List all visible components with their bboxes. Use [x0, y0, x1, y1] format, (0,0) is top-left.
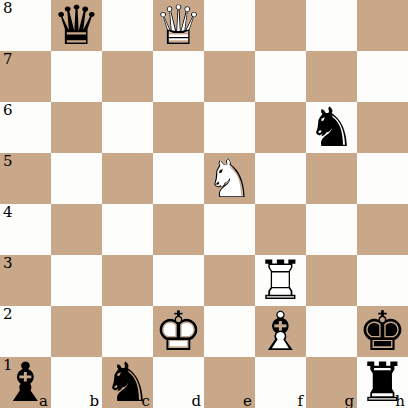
rank-label-2: 2	[3, 307, 13, 321]
square-c1[interactable]: c♞	[102, 357, 153, 408]
square-d6[interactable]	[153, 102, 204, 153]
piece-ink-layer: ♜	[357, 357, 408, 408]
square-b5[interactable]	[51, 153, 102, 204]
square-d3[interactable]	[153, 255, 204, 306]
piece-black-king[interactable]: ♚	[357, 306, 408, 357]
square-a5[interactable]: 5	[0, 153, 51, 204]
square-h3[interactable]	[357, 255, 408, 306]
file-label-d: d	[191, 395, 201, 408]
square-a4[interactable]: 4	[0, 204, 51, 255]
square-c4[interactable]	[102, 204, 153, 255]
piece-white-rook[interactable]: ♜♖	[255, 255, 306, 306]
square-c3[interactable]	[102, 255, 153, 306]
piece-outline-layer: ♔	[153, 306, 204, 357]
square-b2[interactable]	[51, 306, 102, 357]
square-b3[interactable]	[51, 255, 102, 306]
square-g7[interactable]	[306, 51, 357, 102]
rank-label-3: 3	[3, 256, 13, 270]
square-a2[interactable]: 2	[0, 306, 51, 357]
square-f7[interactable]	[255, 51, 306, 102]
square-f4[interactable]	[255, 204, 306, 255]
square-e3[interactable]	[204, 255, 255, 306]
square-a6[interactable]: 6	[0, 102, 51, 153]
piece-black-knight[interactable]: ♞	[102, 357, 153, 408]
piece-outline-layer: ♘	[204, 153, 255, 204]
square-b6[interactable]	[51, 102, 102, 153]
square-b7[interactable]	[51, 51, 102, 102]
square-d7[interactable]	[153, 51, 204, 102]
square-d1[interactable]: d	[153, 357, 204, 408]
square-g1[interactable]: g	[306, 357, 357, 408]
file-label-e: e	[243, 395, 252, 408]
rank-label-8: 8	[3, 1, 13, 15]
square-g2[interactable]	[306, 306, 357, 357]
square-c7[interactable]	[102, 51, 153, 102]
piece-white-knight[interactable]: ♞♘	[204, 153, 255, 204]
square-b8[interactable]: ♛	[51, 0, 102, 51]
piece-black-bishop[interactable]: ♝	[0, 357, 51, 408]
square-e1[interactable]: e	[204, 357, 255, 408]
square-h5[interactable]	[357, 153, 408, 204]
square-c2[interactable]	[102, 306, 153, 357]
square-b1[interactable]: b	[51, 357, 102, 408]
file-label-g: g	[344, 395, 354, 408]
square-f3[interactable]: ♜♖	[255, 255, 306, 306]
piece-outline-layer: ♕	[153, 0, 204, 51]
piece-black-queen[interactable]: ♛	[51, 0, 102, 51]
square-e2[interactable]	[204, 306, 255, 357]
square-e6[interactable]	[204, 102, 255, 153]
square-g3[interactable]	[306, 255, 357, 306]
square-f2[interactable]: ♝♗	[255, 306, 306, 357]
rank-label-5: 5	[3, 154, 13, 168]
file-label-b: b	[89, 395, 99, 408]
square-h2[interactable]: ♚	[357, 306, 408, 357]
square-c6[interactable]	[102, 102, 153, 153]
square-a3[interactable]: 3	[0, 255, 51, 306]
square-d8[interactable]: ♛♕	[153, 0, 204, 51]
square-g4[interactable]	[306, 204, 357, 255]
square-h1[interactable]: h♜	[357, 357, 408, 408]
piece-white-king[interactable]: ♚♔	[153, 306, 204, 357]
piece-black-rook[interactable]: ♜	[357, 357, 408, 408]
square-f8[interactable]	[255, 0, 306, 51]
piece-ink-layer: ♚	[357, 306, 408, 357]
square-b4[interactable]	[51, 204, 102, 255]
square-h4[interactable]	[357, 204, 408, 255]
square-f1[interactable]: f	[255, 357, 306, 408]
piece-outline-layer: ♗	[255, 306, 306, 357]
square-f6[interactable]	[255, 102, 306, 153]
square-g5[interactable]	[306, 153, 357, 204]
chess-board: 8♛♛♕76♞5♞♘43♜♖2♚♔♝♗♚1a♝bc♞defgh♜	[0, 0, 408, 408]
square-c8[interactable]	[102, 0, 153, 51]
piece-ink-layer: ♛	[51, 0, 102, 51]
piece-white-bishop[interactable]: ♝♗	[255, 306, 306, 357]
rank-label-7: 7	[3, 52, 13, 66]
rank-label-6: 6	[3, 103, 13, 117]
square-h7[interactable]	[357, 51, 408, 102]
square-g6[interactable]: ♞	[306, 102, 357, 153]
square-d2[interactable]: ♚♔	[153, 306, 204, 357]
square-d5[interactable]	[153, 153, 204, 204]
rank-label-4: 4	[3, 205, 13, 219]
square-f5[interactable]	[255, 153, 306, 204]
file-label-f: f	[297, 395, 303, 408]
square-d4[interactable]	[153, 204, 204, 255]
square-g8[interactable]	[306, 0, 357, 51]
square-c5[interactable]	[102, 153, 153, 204]
square-e8[interactable]	[204, 0, 255, 51]
piece-black-knight[interactable]: ♞	[306, 102, 357, 153]
square-e7[interactable]	[204, 51, 255, 102]
square-a8[interactable]: 8	[0, 0, 51, 51]
square-e4[interactable]	[204, 204, 255, 255]
piece-outline-layer: ♖	[255, 255, 306, 306]
square-a1[interactable]: 1a♝	[0, 357, 51, 408]
piece-ink-layer: ♞	[102, 357, 153, 408]
piece-ink-layer: ♝	[0, 357, 51, 408]
square-h6[interactable]	[357, 102, 408, 153]
square-e5[interactable]: ♞♘	[204, 153, 255, 204]
square-a7[interactable]: 7	[0, 51, 51, 102]
piece-ink-layer: ♞	[306, 102, 357, 153]
square-h8[interactable]	[357, 0, 408, 51]
piece-white-queen[interactable]: ♛♕	[153, 0, 204, 51]
